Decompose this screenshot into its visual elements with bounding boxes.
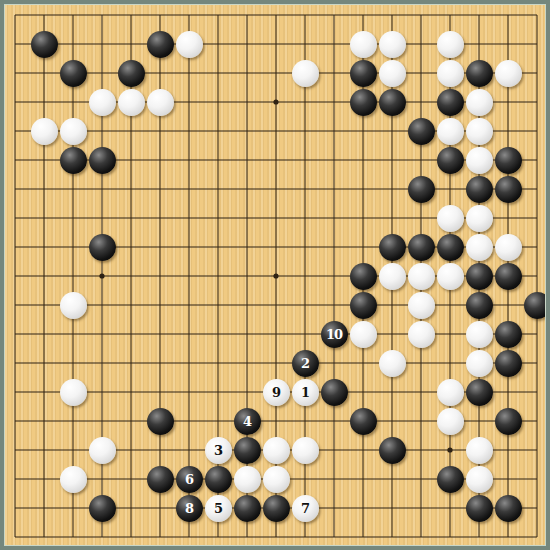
go-stone-black	[466, 379, 493, 406]
go-stone-black	[147, 408, 174, 435]
go-stone-white	[89, 89, 116, 116]
go-stone-black: 2	[292, 350, 319, 377]
go-stone-white	[263, 437, 290, 464]
move-number-label: 2	[301, 357, 309, 370]
go-stone-black	[408, 234, 435, 261]
go-stone-white	[89, 437, 116, 464]
move-number-label: 1	[301, 386, 309, 399]
go-stone-black	[31, 31, 58, 58]
go-stone-white	[60, 118, 87, 145]
go-stone-white	[466, 466, 493, 493]
go-stone-black	[466, 495, 493, 522]
board-frame: 10291436857	[0, 0, 550, 550]
go-stone-white	[408, 321, 435, 348]
move-number-label: 7	[301, 502, 309, 515]
move-number-label: 10	[326, 328, 342, 341]
go-stone-white: 1	[292, 379, 319, 406]
go-stone-black	[350, 60, 377, 87]
go-stone-white	[350, 31, 377, 58]
go-stone-white	[379, 60, 406, 87]
go-stone-white	[292, 437, 319, 464]
go-stone-black	[466, 292, 493, 319]
go-stone-white	[466, 89, 493, 116]
go-stone-black	[495, 321, 522, 348]
go-stone-white	[466, 321, 493, 348]
go-stone-white	[437, 263, 464, 290]
go-stone-black	[89, 495, 116, 522]
go-stone-black	[350, 263, 377, 290]
go-stone-white: 7	[292, 495, 319, 522]
go-stone-white	[350, 321, 377, 348]
go-stone-black	[234, 437, 261, 464]
go-stone-white	[379, 263, 406, 290]
go-stone-white: 5	[205, 495, 232, 522]
go-stone-white	[408, 263, 435, 290]
go-stone-white	[234, 466, 261, 493]
go-stone-white	[292, 60, 319, 87]
go-stone-black: 4	[234, 408, 261, 435]
go-stone-black	[379, 89, 406, 116]
go-stone-white	[437, 205, 464, 232]
go-stone-white	[60, 466, 87, 493]
go-stone-black	[234, 495, 261, 522]
go-stone-black	[495, 147, 522, 174]
go-stone-black: 8	[176, 495, 203, 522]
go-stone-black	[89, 147, 116, 174]
go-stone-black	[495, 350, 522, 377]
go-board[interactable]: 10291436857	[4, 4, 546, 546]
go-stone-white	[147, 89, 174, 116]
go-stone-black	[350, 292, 377, 319]
go-stone-black	[147, 31, 174, 58]
go-stone-white	[263, 466, 290, 493]
go-stone-white	[466, 350, 493, 377]
go-stone-black	[379, 437, 406, 464]
go-stone-black	[466, 60, 493, 87]
go-stone-white	[379, 31, 406, 58]
go-stone-black	[263, 495, 290, 522]
go-stone-white	[495, 60, 522, 87]
go-stone-black	[350, 408, 377, 435]
go-stone-black	[437, 234, 464, 261]
go-stone-white	[466, 118, 493, 145]
go-stone-black	[147, 466, 174, 493]
move-number-label: 9	[272, 386, 280, 399]
go-stone-white	[60, 292, 87, 319]
move-number-label: 8	[185, 502, 193, 515]
go-stone-white	[466, 437, 493, 464]
go-stone-white	[118, 89, 145, 116]
go-stone-white	[176, 31, 203, 58]
go-stone-black	[437, 89, 464, 116]
move-number-label: 6	[185, 473, 193, 486]
go-stone-white	[408, 292, 435, 319]
go-stone-black: 10	[321, 321, 348, 348]
go-stone-black	[321, 379, 348, 406]
go-stone-white	[60, 379, 87, 406]
go-stone-black	[60, 60, 87, 87]
move-number-label: 4	[243, 415, 251, 428]
go-stone-black	[437, 466, 464, 493]
go-stone-black	[524, 292, 547, 319]
go-stone-white	[495, 234, 522, 261]
go-stone-white	[437, 408, 464, 435]
go-stone-black	[89, 234, 116, 261]
go-stone-black	[408, 118, 435, 145]
go-stone-white	[466, 147, 493, 174]
go-stone-black	[205, 466, 232, 493]
move-number-label: 5	[214, 502, 222, 515]
go-stone-white	[31, 118, 58, 145]
go-stone-black	[495, 495, 522, 522]
go-stone-black	[60, 147, 87, 174]
go-stone-white	[466, 234, 493, 261]
go-stone-black	[495, 176, 522, 203]
go-stone-white: 9	[263, 379, 290, 406]
go-stone-white	[466, 205, 493, 232]
go-stone-black	[495, 263, 522, 290]
go-stone-black	[437, 147, 464, 174]
go-stone-black	[466, 176, 493, 203]
go-stone-black	[466, 263, 493, 290]
go-stone-black	[350, 89, 377, 116]
go-stone-black	[379, 234, 406, 261]
go-stone-black	[408, 176, 435, 203]
go-stone-black	[495, 408, 522, 435]
go-stone-black	[118, 60, 145, 87]
go-stone-white	[437, 31, 464, 58]
go-stone-white	[437, 118, 464, 145]
go-stone-white	[379, 350, 406, 377]
stones-layer: 10291436857	[4, 4, 546, 546]
move-number-label: 3	[214, 444, 222, 457]
go-stone-black: 6	[176, 466, 203, 493]
go-stone-white	[437, 379, 464, 406]
go-stone-white	[437, 60, 464, 87]
go-stone-white: 3	[205, 437, 232, 464]
